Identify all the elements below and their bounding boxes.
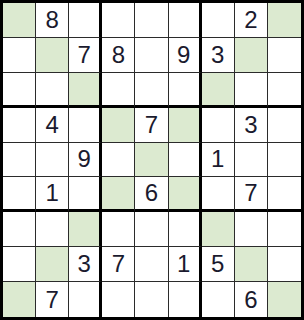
cell-r2c1[interactable]: [3, 38, 36, 73]
cell-r3c6[interactable]: [169, 73, 202, 108]
cell-r7c4[interactable]: [102, 212, 135, 247]
cell-r2c2[interactable]: [36, 38, 69, 73]
cell-r1c9[interactable]: [268, 3, 301, 38]
cell-r1c1[interactable]: [3, 3, 36, 38]
cell-r8c2[interactable]: [36, 247, 69, 282]
cell-r8c5[interactable]: [135, 247, 168, 282]
cell-r3c4[interactable]: [102, 73, 135, 108]
cell-r2c7[interactable]: 3: [202, 38, 235, 73]
cell-r6c5[interactable]: 6: [135, 177, 168, 212]
cell-r3c2[interactable]: [36, 73, 69, 108]
cell-r6c6[interactable]: [169, 177, 202, 212]
cell-r9c4[interactable]: [102, 282, 135, 317]
cell-r7c8[interactable]: [235, 212, 268, 247]
cell-r5c7[interactable]: 1: [202, 143, 235, 178]
cell-r5c4[interactable]: [102, 143, 135, 178]
cell-r2c8[interactable]: [235, 38, 268, 73]
cell-r8c1[interactable]: [3, 247, 36, 282]
cell-r9c1[interactable]: [3, 282, 36, 317]
cell-r7c5[interactable]: [135, 212, 168, 247]
cell-r7c2[interactable]: [36, 212, 69, 247]
cell-r1c5[interactable]: [135, 3, 168, 38]
cell-r4c9[interactable]: [268, 108, 301, 143]
cell-r1c3[interactable]: [69, 3, 102, 38]
cell-r3c9[interactable]: [268, 73, 301, 108]
cell-r3c1[interactable]: [3, 73, 36, 108]
cell-r5c6[interactable]: [169, 143, 202, 178]
cell-r8c9[interactable]: [268, 247, 301, 282]
cell-r3c8[interactable]: [235, 73, 268, 108]
cell-r1c4[interactable]: [102, 3, 135, 38]
cell-r4c3[interactable]: [69, 108, 102, 143]
cell-r6c1[interactable]: [3, 177, 36, 212]
cell-r4c6[interactable]: [169, 108, 202, 143]
cell-r5c9[interactable]: [268, 143, 301, 178]
cell-r3c7[interactable]: [202, 73, 235, 108]
cell-r8c7[interactable]: 5: [202, 247, 235, 282]
cell-r9c2[interactable]: 7: [36, 282, 69, 317]
cell-r6c4[interactable]: [102, 177, 135, 212]
cell-r1c6[interactable]: [169, 3, 202, 38]
cell-r7c7[interactable]: [202, 212, 235, 247]
cell-r5c2[interactable]: [36, 143, 69, 178]
cell-r5c3[interactable]: 9: [69, 143, 102, 178]
cell-r9c3[interactable]: [69, 282, 102, 317]
cell-r5c8[interactable]: [235, 143, 268, 178]
cell-r5c5[interactable]: [135, 143, 168, 178]
cell-r2c4[interactable]: 8: [102, 38, 135, 73]
cell-r1c7[interactable]: [202, 3, 235, 38]
sudoku-board: 82789347391167371576: [0, 0, 304, 320]
cell-r2c9[interactable]: [268, 38, 301, 73]
cell-r4c8[interactable]: 3: [235, 108, 268, 143]
cell-r7c3[interactable]: [69, 212, 102, 247]
cell-r5c1[interactable]: [3, 143, 36, 178]
cell-r9c8[interactable]: 6: [235, 282, 268, 317]
cell-r4c4[interactable]: [102, 108, 135, 143]
cell-r6c2[interactable]: 1: [36, 177, 69, 212]
cell-r2c5[interactable]: [135, 38, 168, 73]
cell-r8c3[interactable]: 3: [69, 247, 102, 282]
cell-r9c9[interactable]: [268, 282, 301, 317]
cell-r4c2[interactable]: 4: [36, 108, 69, 143]
cell-r8c4[interactable]: 7: [102, 247, 135, 282]
cell-r2c6[interactable]: 9: [169, 38, 202, 73]
cell-r2c3[interactable]: 7: [69, 38, 102, 73]
cell-r6c9[interactable]: [268, 177, 301, 212]
cell-r9c5[interactable]: [135, 282, 168, 317]
cell-r6c3[interactable]: [69, 177, 102, 212]
cell-r1c8[interactable]: 2: [235, 3, 268, 38]
cell-r8c8[interactable]: [235, 247, 268, 282]
cell-r4c1[interactable]: [3, 108, 36, 143]
cell-r4c5[interactable]: 7: [135, 108, 168, 143]
cell-r7c9[interactable]: [268, 212, 301, 247]
cell-r6c8[interactable]: 7: [235, 177, 268, 212]
cell-r1c2[interactable]: 8: [36, 3, 69, 38]
cell-r3c3[interactable]: [69, 73, 102, 108]
cell-r8c6[interactable]: 1: [169, 247, 202, 282]
cell-r6c7[interactable]: [202, 177, 235, 212]
cell-r9c7[interactable]: [202, 282, 235, 317]
cell-r3c5[interactable]: [135, 73, 168, 108]
cell-r4c7[interactable]: [202, 108, 235, 143]
cell-r9c6[interactable]: [169, 282, 202, 317]
cell-r7c1[interactable]: [3, 212, 36, 247]
cell-r7c6[interactable]: [169, 212, 202, 247]
